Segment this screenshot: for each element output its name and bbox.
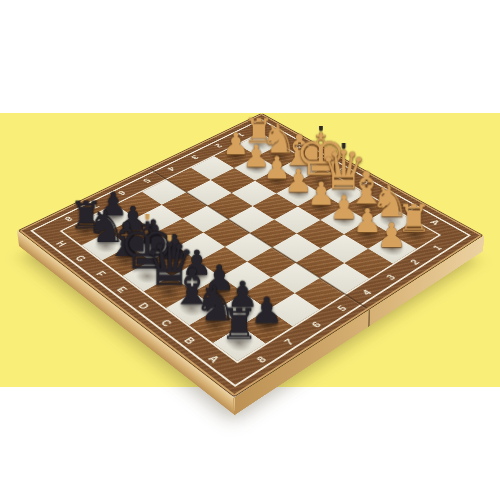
finial-tip xyxy=(320,123,324,131)
finial-tip xyxy=(342,140,346,149)
finial-tip xyxy=(145,211,149,220)
rook-glyph: ♜ xyxy=(201,304,277,347)
fold-hinge-notch xyxy=(368,309,370,327)
photo-canvas: HGFEDCBA HGFEDCBA 12345678 12345678 ♜♞♝♚… xyxy=(0,0,500,500)
chess-set-photo: HGFEDCBA HGFEDCBA 12345678 12345678 ♜♞♝♚… xyxy=(0,0,500,500)
chessboard: HGFEDCBA HGFEDCBA 12345678 12345678 ♜♞♝♚… xyxy=(17,113,483,397)
finial-tip xyxy=(167,232,171,242)
pawn-glyph: ♟ xyxy=(357,218,426,252)
